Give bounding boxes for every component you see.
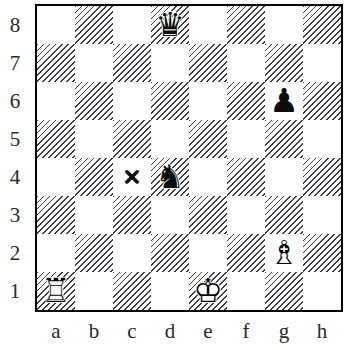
square-f8[interactable] <box>227 6 265 44</box>
file-label-c: c <box>113 316 151 346</box>
square-f6[interactable] <box>227 82 265 120</box>
white-rook-icon: ♖ <box>37 272 75 310</box>
square-g7[interactable] <box>265 44 303 82</box>
square-b5[interactable] <box>75 120 113 158</box>
file-label-a: a <box>37 316 75 346</box>
square-b6[interactable] <box>75 82 113 120</box>
square-f2[interactable] <box>227 234 265 272</box>
rank-label-3: 3 <box>0 196 30 234</box>
square-h8[interactable] <box>303 6 341 44</box>
square-a1[interactable]: ♜♖ <box>37 272 75 310</box>
square-e3[interactable] <box>189 196 227 234</box>
piece-white-king-e1[interactable]: ♚♔ <box>189 272 227 310</box>
rank-label-1: 1 <box>0 272 30 310</box>
square-a2[interactable] <box>37 234 75 272</box>
square-c1[interactable] <box>113 272 151 310</box>
file-labels: abcdefgh <box>37 316 341 346</box>
square-d4[interactable]: ♞ <box>151 158 189 196</box>
black-queen-icon: ♛ <box>151 6 189 44</box>
piece-white-bishop-g2[interactable]: ♝♗ <box>265 234 303 272</box>
rank-label-4: 4 <box>0 158 30 196</box>
square-b2[interactable] <box>75 234 113 272</box>
rank-label-7: 7 <box>0 44 30 82</box>
square-a3[interactable] <box>37 196 75 234</box>
square-d8[interactable]: ♛ <box>151 6 189 44</box>
square-e2[interactable] <box>189 234 227 272</box>
square-g8[interactable] <box>265 6 303 44</box>
square-d2[interactable] <box>151 234 189 272</box>
square-g3[interactable] <box>265 196 303 234</box>
square-d1[interactable] <box>151 272 189 310</box>
square-h5[interactable] <box>303 120 341 158</box>
square-h4[interactable] <box>303 158 341 196</box>
file-label-d: d <box>151 316 189 346</box>
rank-label-5: 5 <box>0 120 30 158</box>
file-label-e: e <box>189 316 227 346</box>
white-bishop-icon: ♗ <box>265 234 303 272</box>
square-h2[interactable] <box>303 234 341 272</box>
piece-black-pawn-g6[interactable]: ♟ <box>265 82 303 120</box>
square-c3[interactable] <box>113 196 151 234</box>
square-e6[interactable] <box>189 82 227 120</box>
file-label-g: g <box>265 316 303 346</box>
square-e1[interactable]: ♚♔ <box>189 272 227 310</box>
square-h7[interactable] <box>303 44 341 82</box>
square-f1[interactable] <box>227 272 265 310</box>
square-b7[interactable] <box>75 44 113 82</box>
square-a6[interactable] <box>37 82 75 120</box>
white-king-icon: ♔ <box>189 272 227 310</box>
square-g5[interactable] <box>265 120 303 158</box>
square-e4[interactable] <box>189 158 227 196</box>
square-b8[interactable] <box>75 6 113 44</box>
square-b4[interactable] <box>75 158 113 196</box>
square-g6[interactable]: ♟ <box>265 82 303 120</box>
black-pawn-icon: ♟ <box>265 82 303 120</box>
piece-black-queen-d8[interactable]: ♛ <box>151 6 189 44</box>
square-d6[interactable] <box>151 82 189 120</box>
square-a7[interactable] <box>37 44 75 82</box>
square-e8[interactable] <box>189 6 227 44</box>
square-d3[interactable] <box>151 196 189 234</box>
square-c4[interactable]: ✕ <box>113 158 151 196</box>
black-knight-icon: ♞ <box>151 158 189 196</box>
square-a4[interactable] <box>37 158 75 196</box>
square-f7[interactable] <box>227 44 265 82</box>
square-f4[interactable] <box>227 158 265 196</box>
square-h3[interactable] <box>303 196 341 234</box>
square-c6[interactable] <box>113 82 151 120</box>
piece-white-rook-a1[interactable]: ♜♖ <box>37 272 75 310</box>
square-g1[interactable] <box>265 272 303 310</box>
rank-labels: 87654321 <box>0 6 30 310</box>
file-label-f: f <box>227 316 265 346</box>
rank-label-6: 6 <box>0 82 30 120</box>
chess-diagram: 87654321 ♛♟✕♞♝♗♜♖♚♔ abcdefgh <box>0 0 350 350</box>
square-a8[interactable] <box>37 6 75 44</box>
square-b1[interactable] <box>75 272 113 310</box>
square-f5[interactable] <box>227 120 265 158</box>
square-f3[interactable] <box>227 196 265 234</box>
square-a5[interactable] <box>37 120 75 158</box>
square-h1[interactable] <box>303 272 341 310</box>
square-d7[interactable] <box>151 44 189 82</box>
square-c2[interactable] <box>113 234 151 272</box>
file-label-h: h <box>303 316 341 346</box>
square-g4[interactable] <box>265 158 303 196</box>
file-label-b: b <box>75 316 113 346</box>
square-d5[interactable] <box>151 120 189 158</box>
x-mark-annotation: ✕ <box>113 158 151 196</box>
square-c8[interactable] <box>113 6 151 44</box>
square-g2[interactable]: ♝♗ <box>265 234 303 272</box>
piece-black-knight-d4[interactable]: ♞ <box>151 158 189 196</box>
square-c5[interactable] <box>113 120 151 158</box>
rank-label-2: 2 <box>0 234 30 272</box>
square-c7[interactable] <box>113 44 151 82</box>
square-b3[interactable] <box>75 196 113 234</box>
square-e7[interactable] <box>189 44 227 82</box>
chess-board: ♛♟✕♞♝♗♜♖♚♔ <box>35 4 343 312</box>
square-h6[interactable] <box>303 82 341 120</box>
square-e5[interactable] <box>189 120 227 158</box>
rank-label-8: 8 <box>0 6 30 44</box>
